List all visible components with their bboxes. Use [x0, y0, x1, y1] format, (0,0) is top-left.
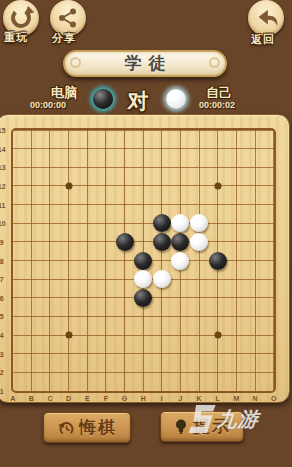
gomoku-app: 重玩 分享 返回 学徒 电脑 00:00:00 对 自己 00:00:02 15…	[0, 0, 292, 467]
player-left-timer: 00:00:00	[17, 100, 79, 110]
share-label: 分享	[52, 31, 76, 46]
board-row-label: 9	[0, 238, 9, 245]
stone-white-I7	[153, 270, 171, 288]
stone-black-I9	[153, 233, 171, 251]
watermark: 九游	[187, 404, 260, 434]
share-icon	[56, 6, 80, 30]
grid-line-horizontal	[13, 335, 274, 336]
star-point-D12	[65, 182, 72, 189]
board-col-label: K	[192, 395, 206, 402]
vs-label: 对	[122, 87, 154, 115]
board-row-label: 5	[0, 313, 9, 320]
stone-black-L8	[209, 252, 227, 270]
board-row-label: 10	[0, 220, 9, 227]
stone-white-J8	[171, 252, 189, 270]
stone-white-H7	[134, 270, 152, 288]
grid-line-vertical	[273, 130, 274, 391]
star-point-D4	[65, 332, 72, 339]
watermark-text: 九游	[216, 406, 261, 433]
board-col-label: L	[211, 395, 225, 402]
board-col-label: M	[229, 395, 243, 402]
replay-label: 重玩	[4, 30, 28, 45]
star-point-L4	[214, 332, 221, 339]
board-col-label: N	[248, 395, 262, 402]
undo-button[interactable]: 悔棋	[43, 412, 131, 443]
watermark-logo-icon	[187, 404, 218, 434]
board-row-label: 1	[0, 388, 9, 395]
undo-label: 悔棋	[79, 416, 117, 439]
board-row-label: 4	[0, 332, 9, 339]
board-row-label: 15	[0, 127, 9, 134]
board-col-label: J	[173, 395, 187, 402]
grid-line-vertical	[199, 130, 200, 391]
board-col-label: A	[6, 395, 20, 402]
board-panel: 15A14B13C12D11E10F9G8H7I6J5K4L3M2N1O	[0, 114, 290, 403]
back-label: 返回	[251, 32, 275, 47]
grid-line-horizontal	[13, 372, 274, 373]
stone-black-H6	[134, 289, 152, 307]
stone-black-J9	[171, 233, 189, 251]
stone-white-K10	[190, 214, 208, 232]
board-col-label: G	[118, 395, 132, 402]
board-row-label: 7	[0, 276, 9, 283]
board-col-label: B	[24, 395, 38, 402]
back-arrow-icon	[253, 5, 279, 31]
player-left-stone-black	[93, 89, 113, 109]
board-col-label: D	[62, 395, 76, 402]
board-row-label: 3	[0, 350, 9, 357]
board-row-label: 11	[0, 201, 9, 208]
player-right-stone-white	[166, 89, 186, 109]
grid-line-horizontal	[13, 353, 274, 354]
rank-title: 学徒	[118, 52, 173, 75]
back-button[interactable]	[248, 0, 284, 36]
stone-white-K9	[190, 233, 208, 251]
star-point-L12	[214, 182, 221, 189]
board-row-label: 13	[0, 164, 9, 171]
board-grid[interactable]: 15A14B13C12D11E10F9G8H7I6J5K4L3M2N1O	[13, 130, 274, 391]
board-row-label: 12	[0, 182, 9, 189]
board-row-label: 6	[0, 294, 9, 301]
stone-white-J10	[171, 214, 189, 232]
grid-line-horizontal	[13, 316, 274, 317]
replay-icon	[8, 5, 34, 31]
board-col-label: F	[99, 395, 113, 402]
board-row-label: 14	[0, 145, 9, 152]
grid-line-vertical	[236, 130, 237, 391]
stone-black-I10	[153, 214, 171, 232]
stone-black-G9	[116, 233, 134, 251]
board-col-label: I	[155, 395, 169, 402]
grid-line-vertical	[255, 130, 256, 391]
board-col-label: E	[80, 395, 94, 402]
board-col-label: H	[136, 395, 150, 402]
rank-plaque: 学徒	[63, 50, 227, 77]
player-right-timer: 00:00:02	[186, 100, 248, 110]
stone-black-H8	[134, 252, 152, 270]
grid-line-vertical	[161, 130, 162, 391]
board-row-label: 8	[0, 257, 9, 264]
grid-line-horizontal	[13, 391, 274, 392]
board-row-label: 2	[0, 369, 9, 376]
undo-clock-icon	[57, 419, 75, 437]
board-col-label: O	[267, 395, 281, 402]
board-col-label: C	[43, 395, 57, 402]
